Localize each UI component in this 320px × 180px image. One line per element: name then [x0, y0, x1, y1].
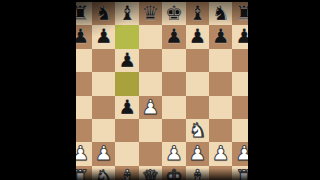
white-rook[interactable]: ♜ — [235, 165, 248, 180]
square-h4[interactable] — [232, 96, 248, 119]
square-f8[interactable]: ♝ — [186, 2, 209, 25]
square-g4[interactable] — [209, 96, 232, 119]
square-d4[interactable]: ♟ — [139, 96, 162, 119]
square-b7[interactable]: ♟ — [92, 25, 115, 48]
black-knight[interactable]: ♞ — [212, 2, 230, 25]
square-a8[interactable]: ♜ — [76, 2, 92, 25]
square-a2[interactable]: ♟ — [76, 142, 92, 165]
white-pawn[interactable]: ♟ — [188, 142, 206, 165]
square-h6[interactable] — [232, 49, 248, 72]
white-pawn[interactable]: ♟ — [212, 142, 230, 165]
square-e6[interactable] — [162, 49, 185, 72]
square-f5[interactable] — [186, 72, 209, 95]
square-d5[interactable] — [139, 72, 162, 95]
black-king[interactable]: ♚ — [165, 2, 183, 25]
square-a5[interactable] — [76, 72, 92, 95]
black-knight[interactable]: ♞ — [95, 2, 113, 25]
square-b6[interactable] — [92, 49, 115, 72]
white-king[interactable]: ♚ — [165, 165, 183, 180]
square-e3[interactable] — [162, 119, 185, 142]
white-knight[interactable]: ♞ — [188, 118, 206, 141]
black-rook[interactable]: ♜ — [76, 2, 89, 25]
white-queen[interactable]: ♛ — [142, 165, 160, 180]
black-pawn[interactable]: ♟ — [76, 25, 89, 48]
square-f6[interactable] — [186, 49, 209, 72]
square-b1[interactable]: ♞ — [92, 166, 115, 180]
square-h5[interactable] — [232, 72, 248, 95]
white-pawn[interactable]: ♟ — [95, 142, 113, 165]
square-g7[interactable]: ♟ — [209, 25, 232, 48]
white-knight[interactable]: ♞ — [95, 165, 113, 180]
square-b8[interactable]: ♞ — [92, 2, 115, 25]
black-pawn[interactable]: ♟ — [165, 25, 183, 48]
square-f7[interactable]: ♟ — [186, 25, 209, 48]
square-a3[interactable] — [76, 119, 92, 142]
white-pawn[interactable]: ♟ — [165, 142, 183, 165]
square-d6[interactable] — [139, 49, 162, 72]
black-pawn[interactable]: ♟ — [118, 48, 136, 71]
black-pawn[interactable]: ♟ — [118, 95, 136, 118]
square-a1[interactable]: ♜ — [76, 166, 92, 180]
square-e4[interactable] — [162, 96, 185, 119]
square-d3[interactable] — [139, 119, 162, 142]
square-f3[interactable]: ♞ — [186, 119, 209, 142]
square-g1[interactable] — [209, 166, 232, 180]
white-pawn[interactable]: ♟ — [235, 142, 248, 165]
square-a6[interactable] — [76, 49, 92, 72]
square-b4[interactable] — [92, 96, 115, 119]
square-c4[interactable]: ♟ — [115, 96, 138, 119]
square-e7[interactable]: ♟ — [162, 25, 185, 48]
square-c8[interactable]: ♝ — [115, 2, 138, 25]
square-c1[interactable]: ♝ — [115, 166, 138, 180]
square-c2[interactable] — [115, 142, 138, 165]
square-h2[interactable]: ♟ — [232, 142, 248, 165]
white-pawn[interactable]: ♟ — [142, 95, 160, 118]
white-bishop[interactable]: ♝ — [118, 165, 136, 180]
square-g3[interactable] — [209, 119, 232, 142]
letterbox-right — [248, 0, 320, 180]
square-e1[interactable]: ♚ — [162, 166, 185, 180]
square-c6[interactable]: ♟ — [115, 49, 138, 72]
square-e8[interactable]: ♚ — [162, 2, 185, 25]
square-f4[interactable] — [186, 96, 209, 119]
square-g2[interactable]: ♟ — [209, 142, 232, 165]
white-bishop[interactable]: ♝ — [188, 165, 206, 180]
square-b2[interactable]: ♟ — [92, 142, 115, 165]
square-f2[interactable]: ♟ — [186, 142, 209, 165]
square-h1[interactable]: ♜ — [232, 166, 248, 180]
square-h8[interactable]: ♜ — [232, 2, 248, 25]
square-d1[interactable]: ♛ — [139, 166, 162, 180]
square-b3[interactable] — [92, 119, 115, 142]
black-pawn[interactable]: ♟ — [212, 25, 230, 48]
letterbox-left — [0, 0, 76, 180]
square-g6[interactable] — [209, 49, 232, 72]
black-pawn[interactable]: ♟ — [95, 25, 113, 48]
square-c7[interactable] — [115, 25, 138, 48]
square-f1[interactable]: ♝ — [186, 166, 209, 180]
square-e5[interactable] — [162, 72, 185, 95]
square-a4[interactable] — [76, 96, 92, 119]
square-b5[interactable] — [92, 72, 115, 95]
black-rook[interactable]: ♜ — [235, 2, 248, 25]
square-d8[interactable]: ♛ — [139, 2, 162, 25]
black-pawn[interactable]: ♟ — [188, 25, 206, 48]
square-d2[interactable] — [139, 142, 162, 165]
black-pawn[interactable]: ♟ — [235, 25, 248, 48]
square-h7[interactable]: ♟ — [232, 25, 248, 48]
white-pawn[interactable]: ♟ — [76, 142, 89, 165]
square-e2[interactable]: ♟ — [162, 142, 185, 165]
square-g5[interactable] — [209, 72, 232, 95]
square-h3[interactable] — [232, 119, 248, 142]
white-rook[interactable]: ♜ — [76, 165, 89, 180]
square-c5[interactable] — [115, 72, 138, 95]
black-bishop[interactable]: ♝ — [188, 2, 206, 25]
square-c3[interactable] — [115, 119, 138, 142]
square-a7[interactable]: ♟ — [76, 25, 92, 48]
black-queen[interactable]: ♛ — [142, 2, 160, 25]
chess-board: ♜♞♝♛♚♝♞♜♟♟♟♟♟♟♟♟♟♞♟♟♟♟♟♟♜♞♝♛♚♝♜ — [76, 0, 248, 180]
black-bishop[interactable]: ♝ — [118, 2, 136, 25]
square-g8[interactable]: ♞ — [209, 2, 232, 25]
board-grid: ♜♞♝♛♚♝♞♜♟♟♟♟♟♟♟♟♟♞♟♟♟♟♟♟♜♞♝♛♚♝♜ — [76, 2, 248, 180]
square-d7[interactable] — [139, 25, 162, 48]
